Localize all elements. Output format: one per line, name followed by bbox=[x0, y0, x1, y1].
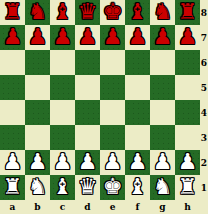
square-d8[interactable]: ♛ bbox=[75, 0, 100, 25]
square-g3[interactable] bbox=[150, 125, 175, 150]
piece-red-pawn[interactable]: ♟ bbox=[3, 25, 23, 49]
piece-white-knight[interactable]: ♞ bbox=[28, 175, 48, 199]
square-h7[interactable]: ♟ bbox=[175, 25, 200, 50]
piece-white-pawn[interactable]: ♟ bbox=[3, 150, 23, 174]
rank-label-8: 8 bbox=[200, 0, 208, 25]
square-f5[interactable] bbox=[125, 75, 150, 100]
square-a1[interactable]: ♜ bbox=[0, 175, 25, 200]
file-label-g: g bbox=[150, 200, 175, 214]
square-a3[interactable] bbox=[0, 125, 25, 150]
piece-red-knight[interactable]: ♞ bbox=[28, 0, 48, 24]
piece-red-bishop[interactable]: ♝ bbox=[128, 0, 148, 24]
square-g5[interactable] bbox=[150, 75, 175, 100]
file-label-h: h bbox=[175, 200, 200, 214]
piece-white-pawn[interactable]: ♟ bbox=[28, 150, 48, 174]
rank-label-5: 5 bbox=[200, 75, 208, 100]
square-a2[interactable]: ♟ bbox=[0, 150, 25, 175]
square-b5[interactable] bbox=[25, 75, 50, 100]
square-d7[interactable]: ♟ bbox=[75, 25, 100, 50]
piece-red-pawn[interactable]: ♟ bbox=[153, 25, 173, 49]
rank-labels: 87654321 bbox=[200, 0, 208, 200]
square-d4[interactable] bbox=[75, 100, 100, 125]
rank-label-6: 6 bbox=[200, 50, 208, 75]
file-label-f: f bbox=[125, 200, 150, 214]
square-g2[interactable]: ♟ bbox=[150, 150, 175, 175]
square-h1[interactable]: ♜ bbox=[175, 175, 200, 200]
square-h5[interactable] bbox=[175, 75, 200, 100]
piece-white-bishop[interactable]: ♝ bbox=[53, 175, 73, 199]
square-g6[interactable] bbox=[150, 50, 175, 75]
piece-white-pawn[interactable]: ♟ bbox=[153, 150, 173, 174]
piece-red-knight[interactable]: ♞ bbox=[153, 0, 173, 24]
piece-white-knight[interactable]: ♞ bbox=[153, 175, 173, 199]
square-d2[interactable]: ♟ bbox=[75, 150, 100, 175]
square-a8[interactable]: ♜ bbox=[0, 0, 25, 25]
square-d3[interactable] bbox=[75, 125, 100, 150]
square-b6[interactable] bbox=[25, 50, 50, 75]
piece-red-rook[interactable]: ♜ bbox=[178, 0, 198, 24]
rank-label-3: 3 bbox=[200, 125, 208, 150]
piece-red-pawn[interactable]: ♟ bbox=[53, 25, 73, 49]
square-d5[interactable] bbox=[75, 75, 100, 100]
square-f6[interactable] bbox=[125, 50, 150, 75]
square-f8[interactable]: ♝ bbox=[125, 0, 150, 25]
square-h4[interactable] bbox=[175, 100, 200, 125]
square-e4[interactable] bbox=[100, 100, 125, 125]
square-g8[interactable]: ♞ bbox=[150, 0, 175, 25]
piece-red-bishop[interactable]: ♝ bbox=[53, 0, 73, 24]
square-h6[interactable] bbox=[175, 50, 200, 75]
square-f7[interactable]: ♟ bbox=[125, 25, 150, 50]
file-label-a: a bbox=[0, 200, 25, 214]
piece-white-rook[interactable]: ♜ bbox=[178, 175, 198, 199]
square-b3[interactable] bbox=[25, 125, 50, 150]
piece-white-rook[interactable]: ♜ bbox=[3, 175, 23, 199]
rank-label-1: 1 bbox=[200, 175, 208, 200]
square-e7[interactable]: ♟ bbox=[100, 25, 125, 50]
square-e6[interactable] bbox=[100, 50, 125, 75]
piece-white-pawn[interactable]: ♟ bbox=[78, 150, 98, 174]
piece-white-bishop[interactable]: ♝ bbox=[128, 175, 148, 199]
square-e3[interactable] bbox=[100, 125, 125, 150]
square-h3[interactable] bbox=[175, 125, 200, 150]
piece-white-queen[interactable]: ♛ bbox=[78, 175, 98, 199]
square-d6[interactable] bbox=[75, 50, 100, 75]
piece-red-pawn[interactable]: ♟ bbox=[128, 25, 148, 49]
square-b2[interactable]: ♟ bbox=[25, 150, 50, 175]
square-a6[interactable] bbox=[0, 50, 25, 75]
piece-white-king[interactable]: ♚ bbox=[103, 175, 123, 199]
square-g4[interactable] bbox=[150, 100, 175, 125]
piece-red-pawn[interactable]: ♟ bbox=[78, 25, 98, 49]
file-label-e: e bbox=[100, 200, 125, 214]
square-g7[interactable]: ♟ bbox=[150, 25, 175, 50]
chess-board: ♜♞♝♛♚♝♞♜♟♟♟♟♟♟♟♟♟♟♟♟♟♟♟♟♜♞♝♛♚♝♞♜ bbox=[0, 0, 200, 200]
square-e8[interactable]: ♚ bbox=[100, 0, 125, 25]
square-f2[interactable]: ♟ bbox=[125, 150, 150, 175]
piece-red-pawn[interactable]: ♟ bbox=[28, 25, 48, 49]
square-c3[interactable] bbox=[50, 125, 75, 150]
square-d1[interactable]: ♛ bbox=[75, 175, 100, 200]
square-b8[interactable]: ♞ bbox=[25, 0, 50, 25]
chess-board-frame: ♜♞♝♛♚♝♞♜♟♟♟♟♟♟♟♟♟♟♟♟♟♟♟♟♜♞♝♛♚♝♞♜ 8765432… bbox=[0, 0, 208, 214]
square-f4[interactable] bbox=[125, 100, 150, 125]
rank-label-7: 7 bbox=[200, 25, 208, 50]
square-c6[interactable] bbox=[50, 50, 75, 75]
square-h2[interactable]: ♟ bbox=[175, 150, 200, 175]
square-c7[interactable]: ♟ bbox=[50, 25, 75, 50]
square-e1[interactable]: ♚ bbox=[100, 175, 125, 200]
piece-white-pawn[interactable]: ♟ bbox=[53, 150, 73, 174]
square-c5[interactable] bbox=[50, 75, 75, 100]
piece-red-queen[interactable]: ♛ bbox=[78, 0, 98, 24]
piece-red-rook[interactable]: ♜ bbox=[3, 0, 23, 24]
piece-white-pawn[interactable]: ♟ bbox=[103, 150, 123, 174]
square-c1[interactable]: ♝ bbox=[50, 175, 75, 200]
piece-red-king[interactable]: ♚ bbox=[103, 0, 123, 24]
square-h8[interactable]: ♜ bbox=[175, 0, 200, 25]
rank-label-2: 2 bbox=[200, 150, 208, 175]
piece-white-pawn[interactable]: ♟ bbox=[128, 150, 148, 174]
square-e2[interactable]: ♟ bbox=[100, 150, 125, 175]
square-b4[interactable] bbox=[25, 100, 50, 125]
square-b1[interactable]: ♞ bbox=[25, 175, 50, 200]
square-c8[interactable]: ♝ bbox=[50, 0, 75, 25]
square-e5[interactable] bbox=[100, 75, 125, 100]
square-a4[interactable] bbox=[0, 100, 25, 125]
square-f1[interactable]: ♝ bbox=[125, 175, 150, 200]
square-a7[interactable]: ♟ bbox=[0, 25, 25, 50]
file-label-b: b bbox=[25, 200, 50, 214]
file-labels: abcdefgh bbox=[0, 200, 200, 214]
square-f3[interactable] bbox=[125, 125, 150, 150]
square-c2[interactable]: ♟ bbox=[50, 150, 75, 175]
file-label-c: c bbox=[50, 200, 75, 214]
rank-label-4: 4 bbox=[200, 100, 208, 125]
piece-red-pawn[interactable]: ♟ bbox=[178, 25, 198, 49]
piece-white-pawn[interactable]: ♟ bbox=[178, 150, 198, 174]
square-c4[interactable] bbox=[50, 100, 75, 125]
square-b7[interactable]: ♟ bbox=[25, 25, 50, 50]
square-g1[interactable]: ♞ bbox=[150, 175, 175, 200]
file-label-d: d bbox=[75, 200, 100, 214]
square-a5[interactable] bbox=[0, 75, 25, 100]
piece-red-pawn[interactable]: ♟ bbox=[103, 25, 123, 49]
